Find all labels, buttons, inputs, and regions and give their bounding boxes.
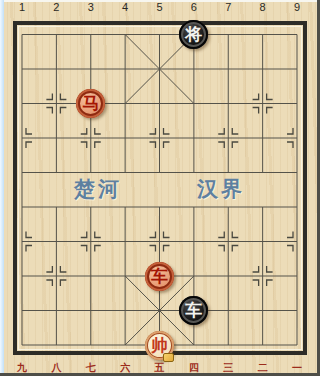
xiangqi-app-window: 123456789 楚河 汉界 将马车车帅 九八七六五四三二一 [0,0,320,376]
file-label-top-5: 5 [156,1,162,13]
window-edge-left [0,0,4,376]
red-horse[interactable]: 马 [76,89,105,118]
file-label-top-8: 8 [260,1,266,13]
black-general[interactable]: 将 [179,20,208,49]
file-label-top-2: 2 [53,1,59,13]
black-chariot-glyph: 车 [185,302,202,319]
file-label-top-4: 4 [122,1,128,13]
red-horse-glyph: 马 [82,95,99,112]
red-chariot-glyph: 车 [151,268,168,285]
black-chariot[interactable]: 车 [179,296,208,325]
file-label-top-9: 9 [294,1,300,13]
file-label-top-6: 6 [191,1,197,13]
pieces-layer: 将马车车帅 [5,17,314,362]
file-label-top-3: 3 [88,1,94,13]
red-chariot[interactable]: 车 [145,262,174,291]
file-label-top-1: 1 [19,1,25,13]
last-move-gold-badge [163,353,174,362]
red-general[interactable]: 帅 [145,331,174,360]
black-general-glyph: 将 [185,26,202,43]
file-label-top-7: 7 [225,1,231,13]
window-edge-top [0,0,320,2]
red-general-glyph: 帅 [151,337,168,354]
